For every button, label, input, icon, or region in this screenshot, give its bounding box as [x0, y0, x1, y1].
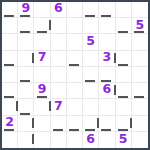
- cell-r8c9[interactable]: [132, 116, 148, 132]
- cell-r9c7[interactable]: [99, 132, 115, 148]
- cell-r1c3[interactable]: [34, 2, 50, 18]
- cell-r2c1[interactable]: [2, 18, 18, 34]
- cell-r7c7[interactable]: [99, 99, 115, 115]
- consecutive-marker-horizontal: [134, 31, 144, 33]
- cell-r9c4[interactable]: [51, 132, 67, 148]
- consecutive-marker-vertical: [32, 134, 34, 144]
- given-digit: 2: [5, 115, 14, 128]
- consecutive-marker-horizontal: [4, 96, 14, 98]
- consecutive-marker-horizontal: [134, 96, 144, 98]
- consecutive-marker-horizontal: [20, 31, 30, 33]
- cell-r3c2[interactable]: [18, 34, 34, 50]
- given-digit: 3: [103, 51, 112, 64]
- given-digit: 7: [38, 51, 47, 64]
- cell-r9c9[interactable]: [132, 132, 148, 148]
- consecutive-marker-horizontal: [69, 129, 79, 131]
- cell-r9c8[interactable]: 5: [116, 132, 132, 148]
- consecutive-marker-horizontal: [37, 31, 47, 33]
- consecutive-marker-horizontal: [4, 129, 14, 131]
- cell-r7c8[interactable]: [116, 99, 132, 115]
- cell-r6c5[interactable]: [67, 83, 83, 99]
- cell-r8c3[interactable]: [34, 116, 50, 132]
- consecutive-marker-horizontal: [101, 80, 111, 82]
- consecutive-marker-horizontal: [118, 129, 128, 131]
- consecutive-marker-horizontal: [118, 64, 128, 66]
- cell-r9c6[interactable]: 6: [83, 132, 99, 148]
- given-digit: 5: [119, 132, 128, 145]
- cell-r2c5[interactable]: [67, 18, 83, 34]
- consecutive-marker-horizontal: [37, 96, 47, 98]
- consecutive-marker-horizontal: [101, 15, 111, 17]
- consecutive-marker-horizontal: [4, 64, 14, 66]
- consecutive-marker-vertical: [49, 101, 51, 111]
- cell-r9c1[interactable]: [2, 132, 18, 148]
- cell-r4c9[interactable]: [132, 51, 148, 67]
- consecutive-marker-horizontal: [20, 15, 30, 17]
- cell-r6c6[interactable]: [83, 83, 99, 99]
- cell-r4c6[interactable]: [83, 51, 99, 67]
- cell-r5c5[interactable]: [67, 67, 83, 83]
- given-digit: 6: [103, 83, 112, 96]
- cell-r4c4[interactable]: [51, 51, 67, 67]
- cell-r7c9[interactable]: [132, 99, 148, 115]
- cell-r3c5[interactable]: [67, 34, 83, 50]
- cell-r9c3[interactable]: [34, 132, 50, 148]
- consecutive-marker-horizontal: [20, 80, 30, 82]
- cell-r5c1[interactable]: [2, 67, 18, 83]
- consecutive-marker-horizontal: [101, 129, 111, 131]
- consecutive-marker-vertical: [114, 85, 116, 95]
- cell-r5c8[interactable]: [116, 67, 132, 83]
- consecutive-marker-horizontal: [69, 64, 79, 66]
- given-digit: 9: [38, 83, 47, 96]
- cell-r1c8[interactable]: [116, 2, 132, 18]
- cell-r1c5[interactable]: [67, 2, 83, 18]
- cell-r5c4[interactable]: [51, 67, 67, 83]
- cell-r6c2[interactable]: [18, 83, 34, 99]
- given-digit: 6: [54, 2, 63, 15]
- cell-r3c6[interactable]: 5: [83, 34, 99, 50]
- given-digit: 9: [21, 2, 30, 15]
- cell-r3c8[interactable]: [116, 34, 132, 50]
- given-digit: 6: [86, 132, 95, 145]
- consecutive-marker-vertical: [16, 101, 18, 111]
- consecutive-marker-horizontal: [118, 31, 128, 33]
- cell-r9c5[interactable]: [67, 132, 83, 148]
- cell-r7c6[interactable]: [83, 99, 99, 115]
- cell-r3c9[interactable]: [132, 34, 148, 50]
- consecutive-marker-horizontal: [20, 113, 30, 115]
- cell-r3c1[interactable]: [2, 34, 18, 50]
- cell-r5c9[interactable]: [132, 67, 148, 83]
- cell-r4c3[interactable]: 7: [34, 51, 50, 67]
- cell-r7c5[interactable]: [67, 99, 83, 115]
- consecutive-marker-vertical: [97, 118, 99, 128]
- cell-r2c7[interactable]: [99, 18, 115, 34]
- cell-r1c4[interactable]: 6: [51, 2, 67, 18]
- consecutive-marker-vertical: [114, 53, 116, 63]
- given-digit: 5: [86, 34, 95, 47]
- cell-r2c4[interactable]: [51, 18, 67, 34]
- consecutive-marker-horizontal: [53, 129, 63, 131]
- consecutive-marker-horizontal: [85, 15, 95, 17]
- consecutive-marker-horizontal: [118, 96, 128, 98]
- cell-r7c4[interactable]: 7: [51, 99, 67, 115]
- consecutive-marker-vertical: [32, 53, 34, 63]
- sudoku-board: 965573967265: [0, 0, 150, 150]
- consecutive-marker-vertical: [49, 20, 51, 30]
- consecutive-marker-vertical: [130, 118, 132, 128]
- given-digit: 7: [54, 99, 63, 112]
- consecutive-marker-vertical: [32, 118, 34, 128]
- consecutive-marker-horizontal: [4, 15, 14, 17]
- consecutive-marker-horizontal: [85, 129, 95, 131]
- cell-r3c4[interactable]: [51, 34, 67, 50]
- consecutive-marker-horizontal: [85, 80, 95, 82]
- given-digit: 5: [136, 18, 145, 31]
